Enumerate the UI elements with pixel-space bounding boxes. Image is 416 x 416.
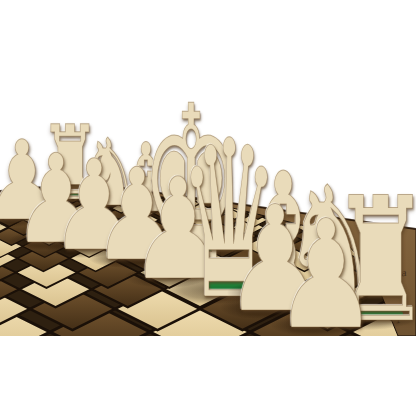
pieces-layer: ♜♞♝♟♟♟♚♟♟♛♝♞♟♜♟ (0, 0, 416, 416)
chess-set-photo: ba1 ♜♞♝♟♟♟♚♟♟♛♝♞♟♜♟ (0, 0, 416, 416)
pawn-glyph: ♟ (274, 200, 379, 350)
